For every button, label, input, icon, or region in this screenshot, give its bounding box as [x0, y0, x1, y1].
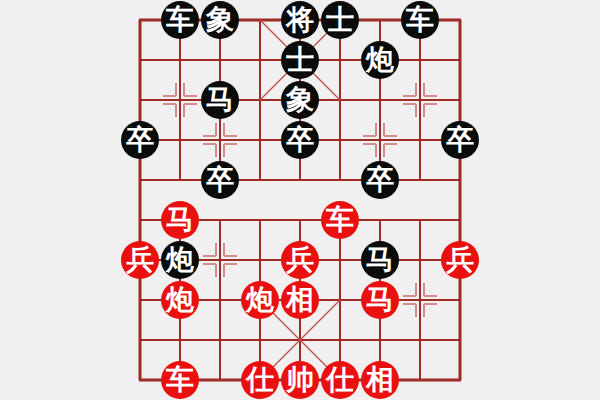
- pieces-layer: 车象将士车士炮马象卒卒卒卒卒马车兵炮兵马兵炮炮相马车仕帅仕相: [0, 0, 600, 400]
- piece-black-advisor[interactable]: 士: [321, 1, 359, 39]
- piece-black-horse[interactable]: 马: [201, 81, 239, 119]
- piece-red-chariot[interactable]: 车: [321, 201, 359, 239]
- piece-red-elephant[interactable]: 相: [281, 281, 319, 319]
- piece-red-soldier[interactable]: 兵: [281, 241, 319, 279]
- piece-red-cannon[interactable]: 炮: [241, 281, 279, 319]
- piece-black-cannon[interactable]: 炮: [161, 241, 199, 279]
- piece-red-advisor[interactable]: 仕: [241, 361, 279, 399]
- piece-black-soldier[interactable]: 卒: [441, 121, 479, 159]
- piece-red-chariot[interactable]: 车: [161, 361, 199, 399]
- piece-red-elephant[interactable]: 相: [361, 361, 399, 399]
- piece-black-horse[interactable]: 马: [361, 241, 399, 279]
- piece-black-elephant[interactable]: 象: [281, 81, 319, 119]
- piece-black-soldier[interactable]: 卒: [361, 161, 399, 199]
- piece-black-advisor[interactable]: 士: [281, 41, 319, 79]
- piece-red-advisor[interactable]: 仕: [321, 361, 359, 399]
- piece-red-horse[interactable]: 马: [161, 201, 199, 239]
- piece-black-cannon[interactable]: 炮: [361, 41, 399, 79]
- xiangqi-board: 车象将士车士炮马象卒卒卒卒卒马车兵炮兵马兵炮炮相马车仕帅仕相: [0, 0, 600, 400]
- piece-black-chariot[interactable]: 车: [401, 1, 439, 39]
- piece-black-elephant[interactable]: 象: [201, 1, 239, 39]
- piece-red-general[interactable]: 帅: [281, 361, 319, 399]
- piece-black-soldier[interactable]: 卒: [201, 161, 239, 199]
- piece-black-soldier[interactable]: 卒: [281, 121, 319, 159]
- piece-black-soldier[interactable]: 卒: [121, 121, 159, 159]
- piece-red-soldier[interactable]: 兵: [121, 241, 159, 279]
- piece-red-horse[interactable]: 马: [361, 281, 399, 319]
- piece-black-general[interactable]: 将: [281, 1, 319, 39]
- piece-red-cannon[interactable]: 炮: [161, 281, 199, 319]
- piece-black-chariot[interactable]: 车: [161, 1, 199, 39]
- piece-red-soldier[interactable]: 兵: [441, 241, 479, 279]
